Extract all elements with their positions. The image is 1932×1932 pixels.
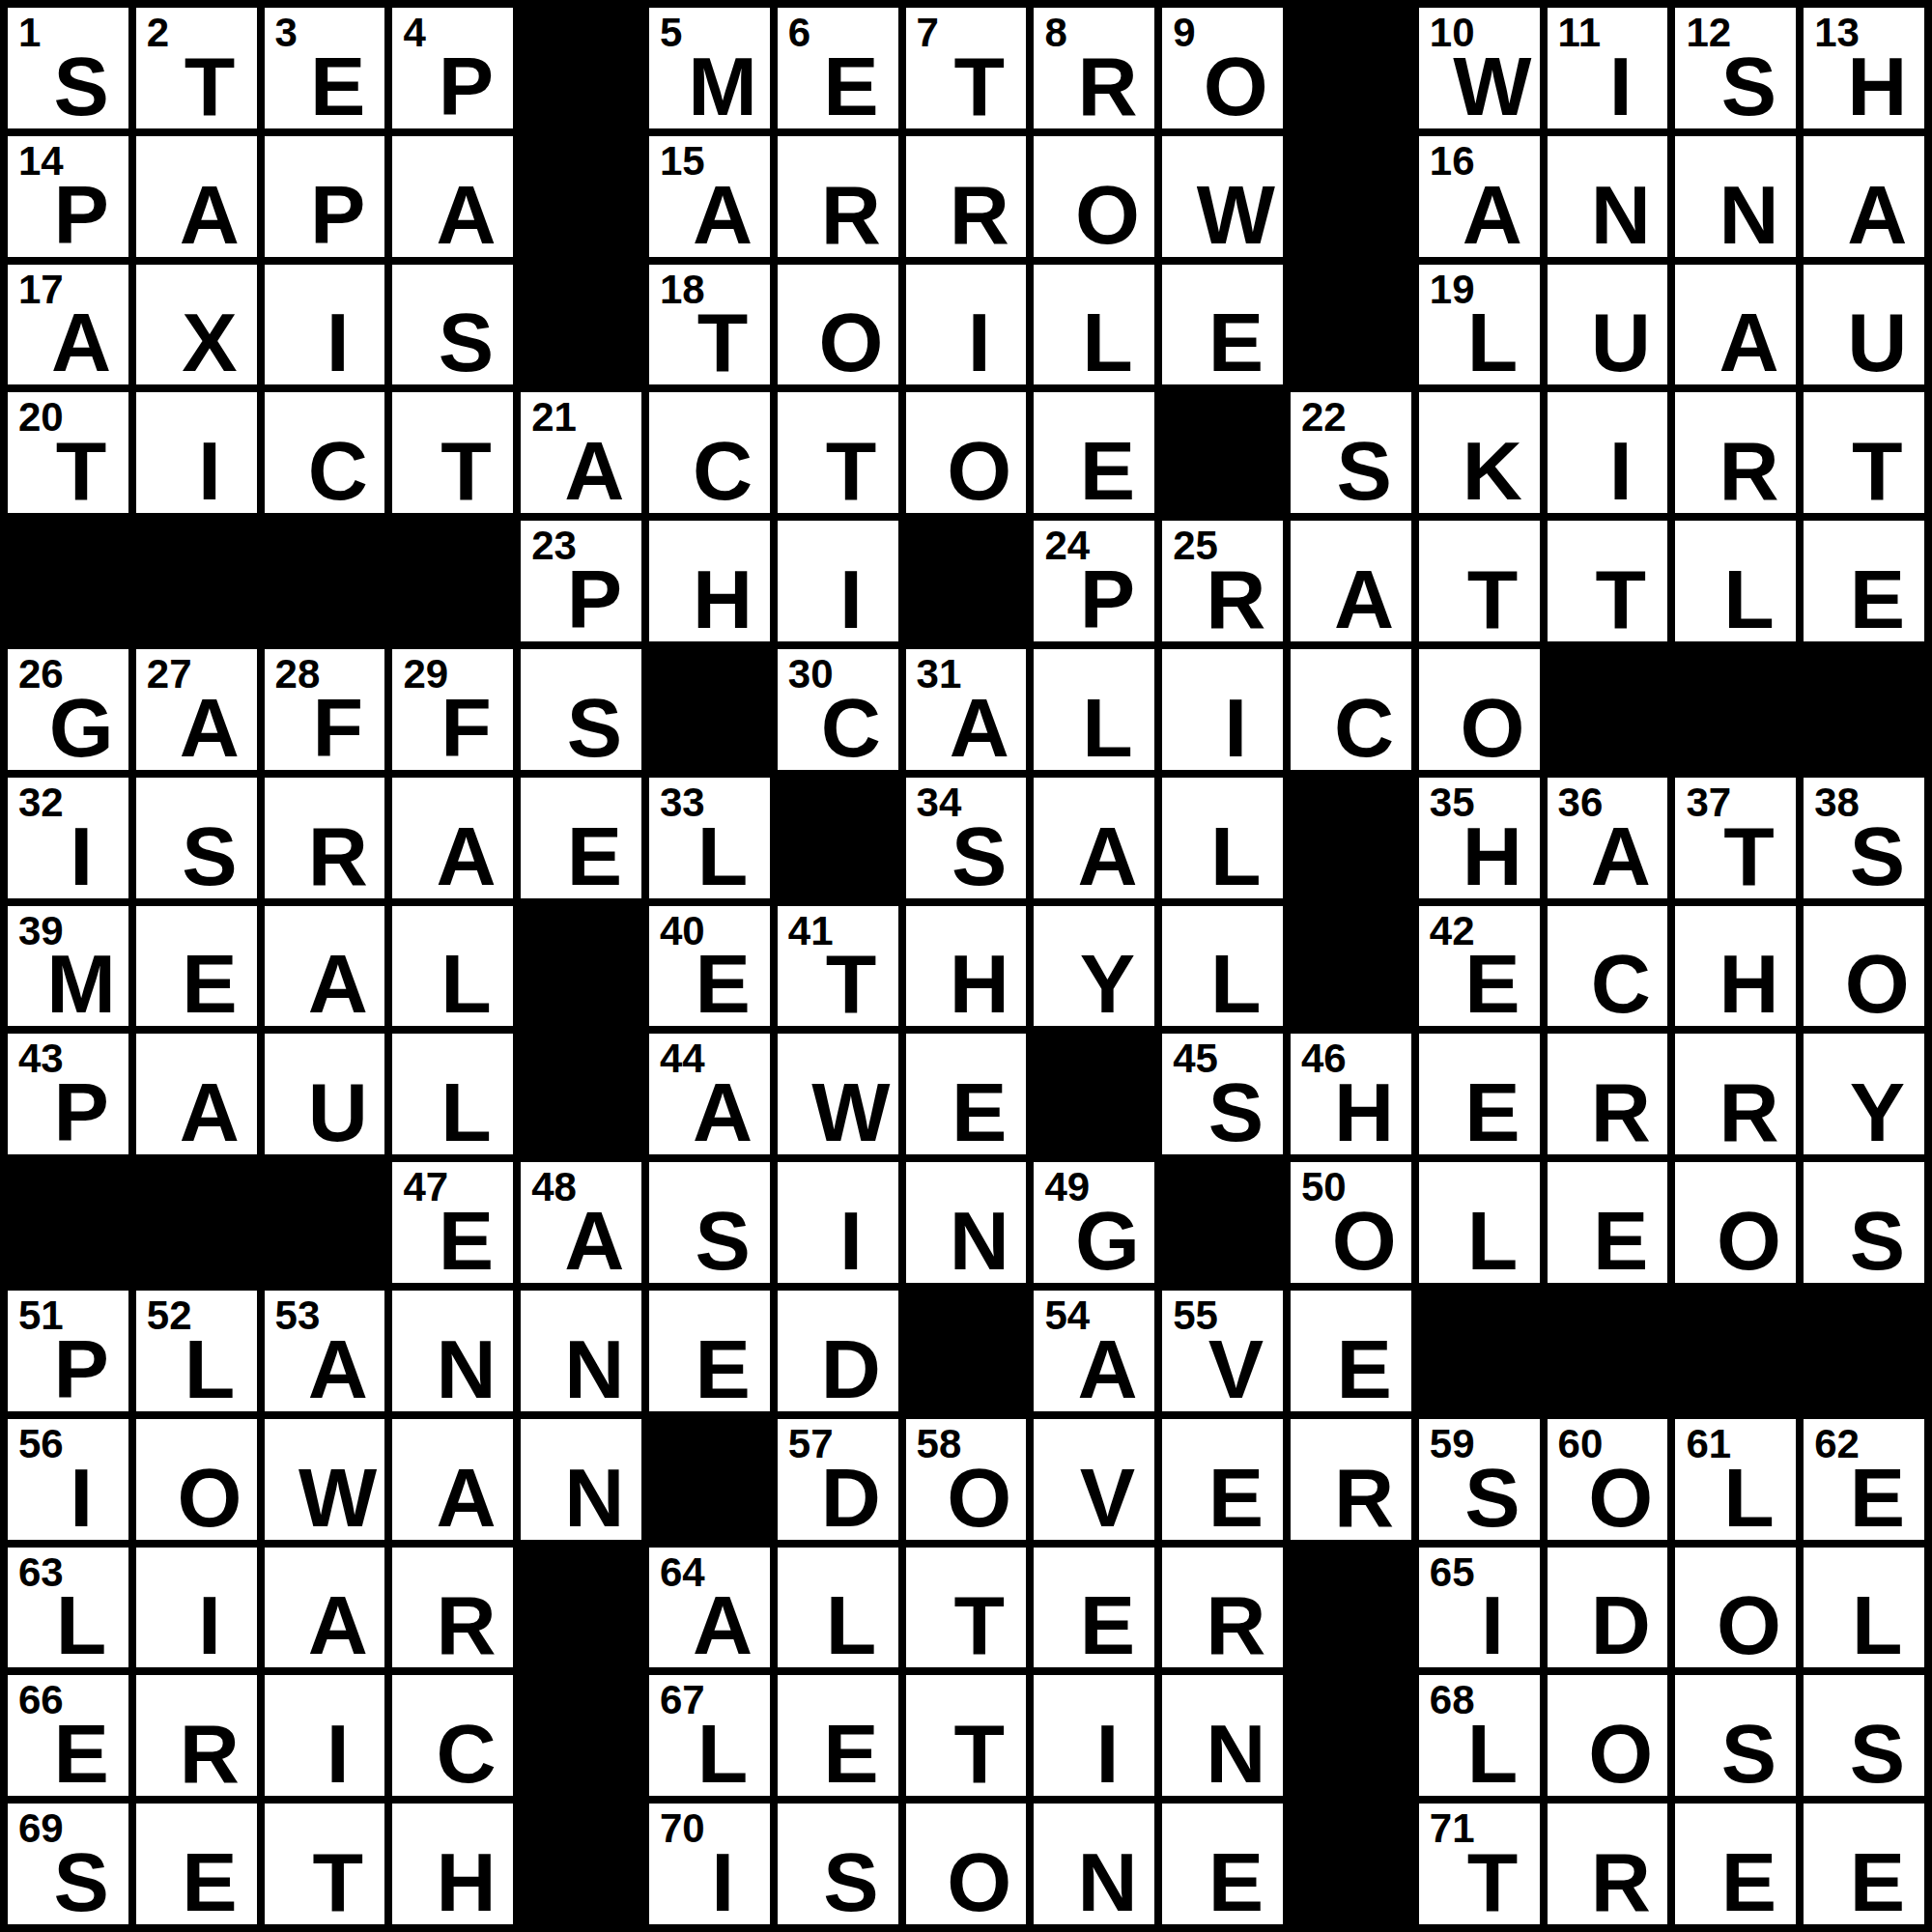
- cell-letter: G: [1065, 1199, 1151, 1282]
- cell-letter: E: [1833, 557, 1920, 640]
- letter-cell[interactable]: 34S: [906, 778, 1027, 898]
- letter-cell[interactable]: 28F: [265, 649, 385, 770]
- letter-cell[interactable]: 3E: [265, 8, 385, 128]
- letter-cell[interactable]: R: [778, 136, 898, 257]
- letter-cell[interactable]: T: [1548, 521, 1668, 641]
- cell-letter: C: [808, 686, 895, 769]
- letter-cell[interactable]: A: [265, 1548, 385, 1668]
- cell-letter: I: [1449, 1583, 1536, 1666]
- letter-cell[interactable]: S: [1804, 1162, 1924, 1283]
- cell-letter: I: [679, 1840, 766, 1923]
- letter-cell[interactable]: 52L: [136, 1291, 257, 1411]
- cell-letter: A: [295, 1327, 382, 1410]
- letter-cell[interactable]: O: [1804, 906, 1924, 1027]
- letter-cell[interactable]: T: [906, 1675, 1027, 1796]
- letter-cell[interactable]: E: [906, 1034, 1027, 1154]
- letter-cell[interactable]: 57D: [778, 1419, 898, 1540]
- cell-letter: L: [679, 1712, 766, 1795]
- letter-cell[interactable]: 27A: [136, 649, 257, 770]
- letter-cell[interactable]: 59S: [1419, 1419, 1540, 1540]
- letter-cell[interactable]: A: [1291, 521, 1411, 641]
- letter-cell[interactable]: 13H: [1804, 8, 1924, 128]
- letter-cell[interactable]: N: [906, 1162, 1027, 1283]
- letter-cell[interactable]: E: [136, 906, 257, 1027]
- cell-letter: H: [423, 1840, 510, 1923]
- cell-letter: E: [1577, 1199, 1664, 1282]
- letter-cell[interactable]: E: [1548, 1162, 1668, 1283]
- letter-cell[interactable]: W: [1162, 136, 1283, 257]
- letter-cell[interactable]: 35H: [1419, 778, 1540, 898]
- letter-cell[interactable]: 43P: [8, 1034, 128, 1154]
- cell-letter: S: [808, 1840, 895, 1923]
- letter-cell[interactable]: 10W: [1419, 8, 1540, 128]
- cell-letter: R: [1706, 429, 1793, 512]
- letter-cell[interactable]: 66E: [8, 1675, 128, 1796]
- letter-cell[interactable]: C: [1548, 906, 1668, 1027]
- cell-letter: A: [38, 300, 125, 384]
- letter-cell[interactable]: 12S: [1675, 8, 1796, 128]
- black-cell: [1291, 1804, 1411, 1924]
- letter-cell[interactable]: 5M: [649, 8, 770, 128]
- cell-letter: A: [166, 686, 253, 769]
- letter-cell[interactable]: L: [1675, 521, 1796, 641]
- black-cell: [392, 521, 513, 641]
- cell-letter: O: [1833, 942, 1920, 1025]
- cell-letter: A: [166, 173, 253, 256]
- letter-cell[interactable]: 36A: [1548, 778, 1668, 898]
- letter-cell[interactable]: 11I: [1548, 8, 1668, 128]
- letter-cell[interactable]: 26G: [8, 649, 128, 770]
- letter-cell[interactable]: I: [136, 392, 257, 513]
- letter-cell[interactable]: H: [649, 521, 770, 641]
- letter-cell[interactable]: S: [521, 649, 641, 770]
- cell-letter: L: [1833, 1583, 1920, 1666]
- letter-cell[interactable]: O: [1419, 649, 1540, 770]
- letter-cell[interactable]: A: [392, 1419, 513, 1540]
- letter-cell[interactable]: A: [1804, 136, 1924, 257]
- cell-letter: P: [38, 173, 125, 256]
- cell-letter: M: [679, 44, 766, 128]
- cell-letter: I: [295, 1712, 382, 1795]
- cell-letter: I: [38, 814, 125, 897]
- cell-letter: A: [166, 1070, 253, 1153]
- letter-cell[interactable]: O: [1548, 1675, 1668, 1796]
- letter-cell[interactable]: 38S: [1804, 778, 1924, 898]
- letter-cell[interactable]: 20T: [8, 392, 128, 513]
- cell-letter: F: [423, 686, 510, 769]
- cell-letter: L: [1192, 814, 1279, 897]
- letter-cell[interactable]: 67L: [649, 1675, 770, 1796]
- cell-letter: W: [1449, 44, 1536, 128]
- cell-letter: R: [1192, 557, 1279, 640]
- cell-letter: W: [295, 1456, 382, 1539]
- letter-cell[interactable]: 40E: [649, 906, 770, 1027]
- cell-letter: A: [295, 1583, 382, 1666]
- cell-letter: S: [38, 1840, 125, 1923]
- letter-cell[interactable]: O: [906, 392, 1027, 513]
- cell-letter: C: [1321, 686, 1407, 769]
- letter-cell[interactable]: H: [1675, 906, 1796, 1027]
- letter-cell[interactable]: R: [392, 1548, 513, 1668]
- letter-cell[interactable]: R: [1162, 1548, 1283, 1668]
- letter-cell[interactable]: 60O: [1548, 1419, 1668, 1540]
- letter-cell[interactable]: K: [1419, 392, 1540, 513]
- letter-cell[interactable]: A: [392, 136, 513, 257]
- letter-cell[interactable]: R: [265, 778, 385, 898]
- cell-letter: I: [1577, 44, 1664, 128]
- letter-cell[interactable]: T: [1804, 392, 1924, 513]
- cell-letter: H: [679, 557, 766, 640]
- letter-cell[interactable]: A: [1675, 265, 1796, 385]
- crossword-board: 1S2T3E4P5M6E7T8R9O10W11I12S13H14PAPA15AR…: [0, 0, 1932, 1932]
- letter-cell[interactable]: 24P: [1034, 521, 1154, 641]
- letter-cell[interactable]: P: [265, 136, 385, 257]
- letter-cell[interactable]: O: [778, 265, 898, 385]
- cell-letter: L: [808, 1583, 895, 1666]
- letter-cell[interactable]: S: [1804, 1675, 1924, 1796]
- black-cell: [265, 1162, 385, 1283]
- cell-letter: W: [1192, 173, 1279, 256]
- letter-cell[interactable]: 6E: [778, 8, 898, 128]
- letter-cell[interactable]: E: [1162, 1804, 1283, 1924]
- letter-cell[interactable]: O: [136, 1419, 257, 1540]
- letter-cell[interactable]: T: [906, 1548, 1027, 1668]
- letter-cell[interactable]: N: [521, 1291, 641, 1411]
- letter-cell[interactable]: A: [1034, 778, 1154, 898]
- letter-cell[interactable]: 51P: [8, 1291, 128, 1411]
- cell-letter: L: [1449, 1199, 1536, 1282]
- letter-cell[interactable]: E: [1419, 1034, 1540, 1154]
- letter-cell[interactable]: L: [1034, 265, 1154, 385]
- letter-cell[interactable]: C: [392, 1675, 513, 1796]
- letter-cell[interactable]: V: [1034, 1419, 1154, 1540]
- letter-cell[interactable]: 16A: [1419, 136, 1540, 257]
- letter-cell[interactable]: N: [1162, 1675, 1283, 1796]
- letter-cell[interactable]: E: [778, 1675, 898, 1796]
- letter-cell[interactable]: L: [778, 1548, 898, 1668]
- cell-letter: N: [1192, 1712, 1279, 1795]
- letter-cell[interactable]: 14P: [8, 136, 128, 257]
- cell-letter: H: [1449, 814, 1536, 897]
- letter-cell[interactable]: I: [1548, 392, 1668, 513]
- letter-cell[interactable]: S: [136, 778, 257, 898]
- cell-letter: E: [166, 942, 253, 1025]
- letter-cell[interactable]: N: [1548, 136, 1668, 257]
- cell-letter: T: [1706, 814, 1793, 897]
- letter-cell[interactable]: 32I: [8, 778, 128, 898]
- cell-letter: E: [551, 814, 638, 897]
- letter-cell[interactable]: 9O: [1162, 8, 1283, 128]
- cell-letter: E: [808, 44, 895, 128]
- letter-cell[interactable]: 15A: [649, 136, 770, 257]
- letter-cell[interactable]: X: [136, 265, 257, 385]
- cell-letter: E: [38, 1712, 125, 1795]
- cell-letter: H: [1321, 1070, 1407, 1153]
- letter-cell[interactable]: 23P: [521, 521, 641, 641]
- letter-cell[interactable]: I: [778, 521, 898, 641]
- cell-letter: C: [679, 429, 766, 512]
- letter-cell[interactable]: R: [1291, 1419, 1411, 1540]
- letter-cell[interactable]: 30C: [778, 649, 898, 770]
- black-cell: [136, 521, 257, 641]
- cell-letter: A: [679, 1070, 766, 1153]
- letter-cell[interactable]: I: [778, 1162, 898, 1283]
- letter-cell[interactable]: 18T: [649, 265, 770, 385]
- letter-cell[interactable]: A: [265, 906, 385, 1027]
- letter-cell[interactable]: U: [1804, 265, 1924, 385]
- letter-cell[interactable]: 70I: [649, 1804, 770, 1924]
- letter-cell[interactable]: A: [136, 136, 257, 257]
- letter-cell[interactable]: A: [392, 778, 513, 898]
- letter-cell[interactable]: R: [906, 136, 1027, 257]
- cell-letter: R: [1321, 1456, 1407, 1539]
- cell-letter: O: [1577, 1456, 1664, 1539]
- cell-letter: D: [808, 1456, 895, 1539]
- letter-cell[interactable]: 64A: [649, 1548, 770, 1668]
- letter-cell[interactable]: O: [906, 1804, 1027, 1924]
- cell-letter: E: [1706, 1840, 1793, 1923]
- black-cell: [521, 1675, 641, 1796]
- letter-cell[interactable]: N: [521, 1419, 641, 1540]
- letter-cell[interactable]: 71T: [1419, 1804, 1540, 1924]
- letter-cell[interactable]: E: [1804, 1804, 1924, 1924]
- cell-letter: P: [423, 44, 510, 128]
- letter-cell[interactable]: E: [1162, 265, 1283, 385]
- letter-cell[interactable]: 45S: [1162, 1034, 1283, 1154]
- letter-cell[interactable]: A: [136, 1034, 257, 1154]
- letter-cell[interactable]: 39M: [8, 906, 128, 1027]
- cell-letter: N: [1706, 173, 1793, 256]
- cell-letter: A: [295, 942, 382, 1025]
- letter-cell[interactable]: C: [1291, 649, 1411, 770]
- cell-letter: O: [1192, 44, 1279, 128]
- letter-cell[interactable]: N: [1675, 136, 1796, 257]
- cell-letter: L: [1706, 1456, 1793, 1539]
- cell-letter: S: [1706, 1712, 1793, 1795]
- letter-cell[interactable]: L: [1034, 649, 1154, 770]
- letter-cell[interactable]: E: [521, 778, 641, 898]
- cell-letter: C: [295, 429, 382, 512]
- cell-letter: O: [1706, 1583, 1793, 1666]
- black-cell: [265, 521, 385, 641]
- letter-cell[interactable]: Y: [1804, 1034, 1924, 1154]
- cell-letter: E: [1449, 942, 1536, 1025]
- letter-cell[interactable]: L: [392, 906, 513, 1027]
- letter-cell[interactable]: L: [1162, 906, 1283, 1027]
- cell-letter: A: [1449, 173, 1536, 256]
- cell-letter: S: [679, 1199, 766, 1282]
- letter-cell[interactable]: D: [1548, 1548, 1668, 1668]
- cell-letter: E: [808, 1712, 895, 1795]
- cell-letter: S: [166, 814, 253, 897]
- cell-letter: T: [1577, 557, 1664, 640]
- letter-cell[interactable]: E: [1034, 1548, 1154, 1668]
- letter-cell[interactable]: T: [265, 1804, 385, 1924]
- letter-cell[interactable]: 47E: [392, 1162, 513, 1283]
- cell-letter: E: [295, 44, 382, 128]
- letter-cell[interactable]: U: [265, 1034, 385, 1154]
- cell-letter: N: [551, 1456, 638, 1539]
- letter-cell[interactable]: Y: [1034, 906, 1154, 1027]
- black-cell: [1034, 1034, 1154, 1154]
- black-cell: [521, 136, 641, 257]
- cell-letter: A: [1065, 814, 1151, 897]
- letter-cell[interactable]: H: [392, 1804, 513, 1924]
- letter-cell[interactable]: W: [778, 1034, 898, 1154]
- letter-cell[interactable]: 41T: [778, 906, 898, 1027]
- letter-cell[interactable]: 69S: [8, 1804, 128, 1924]
- letter-cell[interactable]: 49G: [1034, 1162, 1154, 1283]
- cell-letter: I: [1192, 686, 1279, 769]
- cell-letter: S: [1833, 1199, 1920, 1282]
- letter-cell[interactable]: 37T: [1675, 778, 1796, 898]
- letter-cell[interactable]: I: [1034, 1675, 1154, 1796]
- letter-cell[interactable]: 7T: [906, 8, 1027, 128]
- black-cell: [1291, 1548, 1411, 1668]
- cell-letter: E: [166, 1840, 253, 1923]
- letter-cell[interactable]: L: [1419, 1162, 1540, 1283]
- letter-cell[interactable]: O: [1675, 1162, 1796, 1283]
- letter-cell[interactable]: 62E: [1804, 1419, 1924, 1540]
- cell-letter: A: [679, 173, 766, 256]
- letter-cell[interactable]: 68L: [1419, 1675, 1540, 1796]
- cell-letter: S: [1706, 44, 1793, 128]
- letter-cell[interactable]: 19L: [1419, 265, 1540, 385]
- black-cell: [1291, 906, 1411, 1027]
- letter-cell[interactable]: R: [136, 1675, 257, 1796]
- letter-cell[interactable]: 46H: [1291, 1034, 1411, 1154]
- letter-cell[interactable]: O: [1675, 1548, 1796, 1668]
- letter-cell[interactable]: 61L: [1675, 1419, 1796, 1540]
- cell-letter: I: [936, 300, 1023, 384]
- cell-letter: A: [551, 429, 638, 512]
- cell-letter: E: [679, 942, 766, 1025]
- cell-letter: O: [1577, 1712, 1664, 1795]
- letter-cell[interactable]: 29F: [392, 649, 513, 770]
- letter-cell[interactable]: R: [1548, 1034, 1668, 1154]
- letter-cell[interactable]: U: [1548, 265, 1668, 385]
- letter-cell[interactable]: 42E: [1419, 906, 1540, 1027]
- letter-cell[interactable]: E: [649, 1291, 770, 1411]
- letter-cell[interactable]: R: [1675, 392, 1796, 513]
- letter-cell[interactable]: E: [1034, 392, 1154, 513]
- letter-cell[interactable]: I: [265, 1675, 385, 1796]
- letter-cell[interactable]: 1S: [8, 8, 128, 128]
- letter-cell[interactable]: 53A: [265, 1291, 385, 1411]
- letter-cell[interactable]: L: [1162, 778, 1283, 898]
- letter-cell[interactable]: 22S: [1291, 392, 1411, 513]
- letter-cell[interactable]: E: [1804, 521, 1924, 641]
- letter-cell[interactable]: 65I: [1419, 1548, 1540, 1668]
- cell-letter: S: [1192, 1070, 1279, 1153]
- letter-cell[interactable]: S: [392, 265, 513, 385]
- letter-cell[interactable]: 17A: [8, 265, 128, 385]
- black-cell: [1804, 649, 1924, 770]
- letter-cell[interactable]: E: [1162, 1419, 1283, 1540]
- cell-letter: S: [423, 300, 510, 384]
- letter-cell[interactable]: 44A: [649, 1034, 770, 1154]
- letter-cell[interactable]: L: [1804, 1548, 1924, 1668]
- letter-cell[interactable]: S: [649, 1162, 770, 1283]
- letter-cell[interactable]: I: [265, 265, 385, 385]
- letter-cell[interactable]: 63L: [8, 1548, 128, 1668]
- cell-letter: N: [551, 1327, 638, 1410]
- cell-letter: C: [423, 1712, 510, 1795]
- letter-cell[interactable]: D: [778, 1291, 898, 1411]
- letter-cell[interactable]: E: [136, 1804, 257, 1924]
- letter-cell[interactable]: O: [1034, 136, 1154, 257]
- cell-letter: T: [808, 429, 895, 512]
- black-cell: [1291, 265, 1411, 385]
- letter-cell[interactable]: 56I: [8, 1419, 128, 1540]
- letter-cell[interactable]: C: [265, 392, 385, 513]
- cell-letter: T: [936, 1712, 1023, 1795]
- letter-cell[interactable]: 31A: [906, 649, 1027, 770]
- black-cell: [521, 8, 641, 128]
- letter-cell[interactable]: R: [1548, 1804, 1668, 1924]
- cell-letter: N: [1065, 1840, 1151, 1923]
- cell-letter: I: [166, 1583, 253, 1666]
- letter-cell[interactable]: N: [392, 1291, 513, 1411]
- cell-letter: U: [1577, 300, 1664, 384]
- letter-cell[interactable]: H: [906, 906, 1027, 1027]
- black-cell: [1548, 649, 1668, 770]
- letter-cell[interactable]: 54A: [1034, 1291, 1154, 1411]
- letter-cell[interactable]: R: [1675, 1034, 1796, 1154]
- cell-letter: A: [551, 1199, 638, 1282]
- black-cell: [906, 1291, 1027, 1411]
- cell-letter: O: [936, 1456, 1023, 1539]
- letter-cell[interactable]: I: [1162, 649, 1283, 770]
- letter-cell[interactable]: T: [392, 392, 513, 513]
- letter-cell[interactable]: W: [265, 1419, 385, 1540]
- letter-cell[interactable]: 33L: [649, 778, 770, 898]
- letter-cell[interactable]: 58O: [906, 1419, 1027, 1540]
- letter-cell[interactable]: T: [1419, 521, 1540, 641]
- cell-letter: L: [38, 1583, 125, 1666]
- letter-cell[interactable]: I: [136, 1548, 257, 1668]
- cell-letter: G: [38, 686, 125, 769]
- letter-cell[interactable]: E: [1291, 1291, 1411, 1411]
- letter-cell[interactable]: I: [906, 265, 1027, 385]
- letter-cell[interactable]: T: [778, 392, 898, 513]
- cell-letter: O: [936, 429, 1023, 512]
- letter-cell[interactable]: 55V: [1162, 1291, 1283, 1411]
- cell-letter: L: [1065, 686, 1151, 769]
- black-cell: [1291, 1675, 1411, 1796]
- letter-cell[interactable]: S: [1675, 1675, 1796, 1796]
- letter-cell[interactable]: 48A: [521, 1162, 641, 1283]
- letter-cell[interactable]: 8R: [1034, 8, 1154, 128]
- letter-cell[interactable]: L: [392, 1034, 513, 1154]
- letter-cell[interactable]: 4P: [392, 8, 513, 128]
- letter-cell[interactable]: N: [1034, 1804, 1154, 1924]
- letter-cell[interactable]: 21A: [521, 392, 641, 513]
- cell-letter: I: [1577, 429, 1664, 512]
- black-cell: [521, 1034, 641, 1154]
- letter-cell[interactable]: S: [778, 1804, 898, 1924]
- letter-cell[interactable]: 50O: [1291, 1162, 1411, 1283]
- cell-letter: E: [1833, 1840, 1920, 1923]
- letter-cell[interactable]: 2T: [136, 8, 257, 128]
- cell-letter: A: [423, 814, 510, 897]
- cell-letter: E: [423, 1199, 510, 1282]
- letter-cell[interactable]: C: [649, 392, 770, 513]
- cell-letter: K: [1449, 429, 1536, 512]
- letter-cell[interactable]: 25R: [1162, 521, 1283, 641]
- cell-letter: V: [1065, 1456, 1151, 1539]
- letter-cell[interactable]: E: [1675, 1804, 1796, 1924]
